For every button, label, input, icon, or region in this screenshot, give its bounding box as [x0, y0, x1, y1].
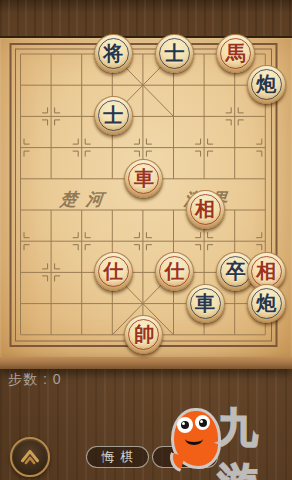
piece-glyph: 相	[187, 191, 224, 228]
piece-red-advisor[interactable]: 仕	[94, 252, 133, 291]
piece-glyph: 仕	[95, 253, 132, 290]
brand-text: 九游	[218, 400, 292, 480]
jiuyou-mascot-icon	[171, 408, 221, 469]
piece-black-general[interactable]: 将	[94, 34, 133, 73]
piece-glyph: 士	[156, 35, 193, 72]
undo-move-button[interactable]: 悔棋	[86, 446, 149, 468]
jiuyou-watermark: 九游	[166, 398, 292, 476]
app-screen: 楚河 漢界 将士馬炮士車相仕仕卒相車炮帥 步数 : 0 悔棋 九游	[0, 0, 292, 480]
piece-glyph: 将	[95, 35, 132, 72]
piece-black-advisor[interactable]: 士	[155, 34, 194, 73]
piece-glyph: 帥	[125, 316, 162, 353]
step-value: 0	[53, 371, 62, 387]
piece-black-chariot[interactable]: 車	[186, 284, 225, 323]
mascot-right-eye	[195, 415, 210, 430]
piece-red-general[interactable]: 帥	[124, 315, 163, 354]
piece-glyph: 車	[125, 160, 162, 197]
piece-glyph: 車	[187, 285, 224, 322]
step-colon: :	[38, 371, 53, 387]
step-counter: 步数 : 0	[8, 371, 61, 389]
piece-red-elephant[interactable]: 相	[186, 190, 225, 229]
piece-glyph: 士	[95, 97, 132, 134]
chevron-up-icon	[15, 442, 45, 472]
piece-glyph: 炮	[248, 66, 285, 103]
piece-black-advisor[interactable]: 士	[94, 96, 133, 135]
piece-black-cannon[interactable]: 炮	[247, 284, 286, 323]
piece-red-chariot[interactable]: 車	[124, 159, 163, 198]
step-label: 步数	[8, 371, 38, 387]
piece-glyph: 炮	[248, 285, 285, 322]
mascot-smile	[185, 433, 203, 445]
undo-label: 悔棋	[102, 448, 140, 466]
piece-black-cannon[interactable]: 炮	[247, 65, 286, 104]
expand-menu-button[interactable]	[10, 437, 50, 477]
mascot-left-eye	[177, 417, 193, 433]
